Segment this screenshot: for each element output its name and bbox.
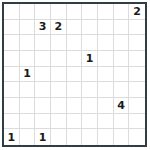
clue-number: 3 [39,21,47,32]
cell-r1c6[interactable] [98,20,114,36]
cell-r8c8[interactable] [129,129,145,145]
cell-r4c1[interactable]: 1 [20,67,36,83]
cell-r1c7[interactable] [114,20,130,36]
cell-r1c1[interactable] [20,20,36,36]
cell-r3c5[interactable]: 1 [82,51,98,67]
cell-r8c4[interactable] [67,129,83,145]
cell-r2c3[interactable] [51,35,67,51]
cell-r2c1[interactable] [20,35,36,51]
clue-number: 1 [23,68,31,79]
clue-number: 1 [39,132,47,143]
cell-r4c7[interactable] [114,67,130,83]
cell-r1c8[interactable] [129,20,145,36]
cell-r7c2[interactable] [35,114,51,130]
cell-r8c2[interactable]: 1 [35,129,51,145]
cell-r1c2[interactable]: 3 [35,20,51,36]
cell-r7c4[interactable] [67,114,83,130]
cell-r6c3[interactable] [51,98,67,114]
cell-r7c3[interactable] [51,114,67,130]
puzzle-board: 23211411 [2,2,147,147]
cell-r7c6[interactable] [98,114,114,130]
cell-r5c8[interactable] [129,82,145,98]
cell-r4c3[interactable] [51,67,67,83]
cell-r5c3[interactable] [51,82,67,98]
cell-r5c1[interactable] [20,82,36,98]
cell-r8c6[interactable] [98,129,114,145]
cell-r5c0[interactable] [4,82,20,98]
cell-r0c2[interactable] [35,4,51,20]
cell-r0c1[interactable] [20,4,36,20]
cell-r2c4[interactable] [67,35,83,51]
cell-r6c6[interactable] [98,98,114,114]
cell-r1c3[interactable]: 2 [51,20,67,36]
cell-r7c7[interactable] [114,114,130,130]
cell-r8c5[interactable] [82,129,98,145]
cell-r0c0[interactable] [4,4,20,20]
cell-r6c0[interactable] [4,98,20,114]
cell-r6c8[interactable] [129,98,145,114]
cell-r3c2[interactable] [35,51,51,67]
cell-r4c0[interactable] [4,67,20,83]
cell-r5c5[interactable] [82,82,98,98]
cell-r7c0[interactable] [4,114,20,130]
cell-r7c5[interactable] [82,114,98,130]
clue-number: 1 [86,53,94,64]
cell-r3c1[interactable] [20,51,36,67]
cell-r0c5[interactable] [82,4,98,20]
cell-r4c5[interactable] [82,67,98,83]
cell-r4c4[interactable] [67,67,83,83]
clue-number: 4 [117,100,125,111]
cell-r0c3[interactable] [51,4,67,20]
cell-r8c7[interactable] [114,129,130,145]
cell-r4c8[interactable] [129,67,145,83]
clue-number: 2 [55,21,63,32]
cell-r5c7[interactable] [114,82,130,98]
cell-r2c2[interactable] [35,35,51,51]
cell-r7c8[interactable] [129,114,145,130]
cell-r8c3[interactable] [51,129,67,145]
cell-r3c8[interactable] [129,51,145,67]
cell-r5c4[interactable] [67,82,83,98]
cell-r0c8[interactable]: 2 [129,4,145,20]
cell-r3c4[interactable] [67,51,83,67]
cell-r6c2[interactable] [35,98,51,114]
cell-r3c6[interactable] [98,51,114,67]
cell-r1c4[interactable] [67,20,83,36]
cell-r5c2[interactable] [35,82,51,98]
cell-r8c0[interactable]: 1 [4,129,20,145]
cell-r6c1[interactable] [20,98,36,114]
cell-r2c5[interactable] [82,35,98,51]
cell-r3c3[interactable] [51,51,67,67]
cell-r0c6[interactable] [98,4,114,20]
clue-number: 1 [8,132,16,143]
cell-r4c2[interactable] [35,67,51,83]
cell-r7c1[interactable] [20,114,36,130]
cell-r2c0[interactable] [4,35,20,51]
cell-r6c7[interactable]: 4 [114,98,130,114]
cell-r2c6[interactable] [98,35,114,51]
cell-r2c7[interactable] [114,35,130,51]
cell-r5c6[interactable] [98,82,114,98]
cell-r2c8[interactable] [129,35,145,51]
cell-r8c1[interactable] [20,129,36,145]
cell-r1c5[interactable] [82,20,98,36]
clue-number: 2 [133,6,141,17]
cell-r4c6[interactable] [98,67,114,83]
cell-r0c7[interactable] [114,4,130,20]
cell-r1c0[interactable] [4,20,20,36]
cell-r6c4[interactable] [67,98,83,114]
cell-r3c7[interactable] [114,51,130,67]
cell-r3c0[interactable] [4,51,20,67]
cell-r6c5[interactable] [82,98,98,114]
cell-r0c4[interactable] [67,4,83,20]
